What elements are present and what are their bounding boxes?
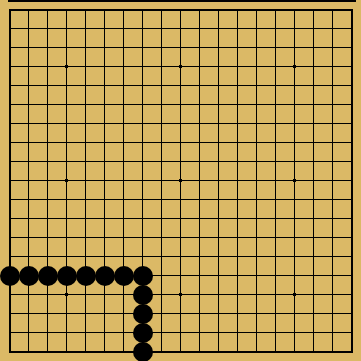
intersection[interactable] <box>0 57 19 76</box>
intersection[interactable] <box>285 190 304 209</box>
intersection[interactable] <box>228 133 247 152</box>
intersection[interactable] <box>0 266 19 285</box>
intersection[interactable] <box>114 285 133 304</box>
intersection[interactable] <box>152 247 171 266</box>
intersection[interactable] <box>57 171 76 190</box>
intersection[interactable] <box>190 342 209 361</box>
intersection[interactable] <box>247 152 266 171</box>
intersection[interactable] <box>171 114 190 133</box>
intersection[interactable] <box>228 171 247 190</box>
intersection[interactable] <box>38 38 57 57</box>
intersection[interactable] <box>0 304 19 323</box>
intersection[interactable] <box>114 228 133 247</box>
intersection[interactable] <box>57 247 76 266</box>
intersection[interactable] <box>57 323 76 342</box>
intersection[interactable] <box>342 0 361 19</box>
intersection[interactable] <box>228 95 247 114</box>
intersection[interactable] <box>0 76 19 95</box>
intersection[interactable] <box>133 171 152 190</box>
intersection[interactable] <box>323 285 342 304</box>
intersection[interactable] <box>152 38 171 57</box>
intersection[interactable] <box>38 285 57 304</box>
intersection[interactable] <box>152 0 171 19</box>
intersection[interactable] <box>76 247 95 266</box>
intersection[interactable] <box>171 38 190 57</box>
intersection[interactable] <box>76 304 95 323</box>
intersection[interactable] <box>323 342 342 361</box>
intersection[interactable] <box>285 171 304 190</box>
intersection[interactable] <box>133 57 152 76</box>
intersection[interactable] <box>95 0 114 19</box>
intersection[interactable] <box>95 152 114 171</box>
intersection[interactable] <box>76 114 95 133</box>
intersection[interactable] <box>0 38 19 57</box>
intersection[interactable] <box>0 323 19 342</box>
intersection[interactable] <box>0 95 19 114</box>
intersection[interactable] <box>209 304 228 323</box>
intersection[interactable] <box>304 57 323 76</box>
intersection[interactable] <box>114 19 133 38</box>
intersection[interactable] <box>304 228 323 247</box>
intersection[interactable] <box>247 133 266 152</box>
intersection[interactable] <box>247 266 266 285</box>
intersection[interactable] <box>76 19 95 38</box>
intersection[interactable] <box>114 114 133 133</box>
intersection[interactable] <box>152 152 171 171</box>
intersection[interactable] <box>133 285 152 304</box>
intersection[interactable] <box>304 190 323 209</box>
intersection[interactable] <box>57 342 76 361</box>
intersection[interactable] <box>114 95 133 114</box>
intersection[interactable] <box>247 247 266 266</box>
intersection[interactable] <box>323 95 342 114</box>
intersection[interactable] <box>76 57 95 76</box>
intersection[interactable] <box>266 190 285 209</box>
intersection[interactable] <box>209 38 228 57</box>
intersection[interactable] <box>152 285 171 304</box>
intersection[interactable] <box>0 190 19 209</box>
intersection[interactable] <box>190 19 209 38</box>
intersection[interactable] <box>152 209 171 228</box>
intersection[interactable] <box>57 152 76 171</box>
intersection[interactable] <box>247 171 266 190</box>
intersection[interactable] <box>95 19 114 38</box>
intersection[interactable] <box>0 228 19 247</box>
intersection[interactable] <box>57 57 76 76</box>
intersection[interactable] <box>57 266 76 285</box>
intersection[interactable] <box>285 247 304 266</box>
intersection[interactable] <box>57 285 76 304</box>
intersection[interactable] <box>95 95 114 114</box>
intersection[interactable] <box>228 38 247 57</box>
intersection[interactable] <box>228 228 247 247</box>
intersection[interactable] <box>95 57 114 76</box>
intersection[interactable] <box>285 323 304 342</box>
intersection[interactable] <box>38 19 57 38</box>
intersection[interactable] <box>95 171 114 190</box>
intersection[interactable] <box>323 0 342 19</box>
intersection[interactable] <box>342 228 361 247</box>
intersection[interactable] <box>323 38 342 57</box>
intersection[interactable] <box>152 304 171 323</box>
intersection[interactable] <box>209 76 228 95</box>
intersection[interactable] <box>57 304 76 323</box>
intersection[interactable] <box>247 76 266 95</box>
intersection[interactable] <box>228 152 247 171</box>
intersection[interactable] <box>114 342 133 361</box>
intersection[interactable] <box>19 152 38 171</box>
intersection[interactable] <box>114 57 133 76</box>
intersection[interactable] <box>304 304 323 323</box>
intersection[interactable] <box>95 209 114 228</box>
intersection[interactable] <box>266 38 285 57</box>
intersection[interactable] <box>95 133 114 152</box>
intersection[interactable] <box>133 209 152 228</box>
intersection[interactable] <box>152 323 171 342</box>
intersection[interactable] <box>152 19 171 38</box>
intersection[interactable] <box>95 323 114 342</box>
intersection[interactable] <box>76 171 95 190</box>
intersection[interactable] <box>209 323 228 342</box>
intersection[interactable] <box>76 190 95 209</box>
intersection[interactable] <box>342 57 361 76</box>
intersection[interactable] <box>95 342 114 361</box>
intersection[interactable] <box>228 285 247 304</box>
intersection[interactable] <box>323 114 342 133</box>
intersection[interactable] <box>19 266 38 285</box>
intersection[interactable] <box>133 190 152 209</box>
intersection[interactable] <box>247 342 266 361</box>
intersection[interactable] <box>152 95 171 114</box>
intersection[interactable] <box>57 76 76 95</box>
intersection[interactable] <box>57 19 76 38</box>
intersection[interactable] <box>342 342 361 361</box>
intersection[interactable] <box>76 152 95 171</box>
intersection[interactable] <box>133 133 152 152</box>
intersection[interactable] <box>342 152 361 171</box>
intersection[interactable] <box>19 304 38 323</box>
intersection[interactable] <box>171 95 190 114</box>
intersection[interactable] <box>133 152 152 171</box>
intersection[interactable] <box>342 209 361 228</box>
intersection[interactable] <box>190 171 209 190</box>
intersection[interactable] <box>323 57 342 76</box>
intersection[interactable] <box>209 19 228 38</box>
intersection[interactable] <box>57 95 76 114</box>
intersection[interactable] <box>190 266 209 285</box>
intersection[interactable] <box>114 0 133 19</box>
intersection[interactable] <box>266 228 285 247</box>
intersection[interactable] <box>152 76 171 95</box>
intersection[interactable] <box>247 209 266 228</box>
intersection[interactable] <box>266 57 285 76</box>
intersection[interactable] <box>304 209 323 228</box>
intersection[interactable] <box>190 0 209 19</box>
intersection[interactable] <box>0 19 19 38</box>
intersection[interactable] <box>38 266 57 285</box>
intersection[interactable] <box>114 133 133 152</box>
intersection[interactable] <box>171 228 190 247</box>
intersection[interactable] <box>247 228 266 247</box>
intersection[interactable] <box>38 190 57 209</box>
intersection[interactable] <box>266 19 285 38</box>
intersection[interactable] <box>0 247 19 266</box>
intersection[interactable] <box>76 95 95 114</box>
intersection[interactable] <box>304 95 323 114</box>
intersection[interactable] <box>190 95 209 114</box>
intersection[interactable] <box>190 114 209 133</box>
intersection[interactable] <box>323 304 342 323</box>
intersection[interactable] <box>266 171 285 190</box>
intersection[interactable] <box>304 76 323 95</box>
intersection[interactable] <box>171 285 190 304</box>
intersection[interactable] <box>0 171 19 190</box>
intersection[interactable] <box>38 0 57 19</box>
intersection[interactable] <box>95 304 114 323</box>
intersection[interactable] <box>114 171 133 190</box>
intersection[interactable] <box>38 133 57 152</box>
intersection[interactable] <box>247 38 266 57</box>
intersection[interactable] <box>0 285 19 304</box>
intersection[interactable] <box>323 76 342 95</box>
intersection[interactable] <box>38 57 57 76</box>
intersection[interactable] <box>304 342 323 361</box>
intersection[interactable] <box>266 76 285 95</box>
intersection[interactable] <box>19 171 38 190</box>
intersection[interactable] <box>19 57 38 76</box>
intersection[interactable] <box>57 38 76 57</box>
intersection[interactable] <box>95 247 114 266</box>
intersection[interactable] <box>152 171 171 190</box>
intersection[interactable] <box>171 266 190 285</box>
intersection[interactable] <box>76 76 95 95</box>
intersection[interactable] <box>38 228 57 247</box>
intersection[interactable] <box>266 209 285 228</box>
intersection[interactable] <box>171 133 190 152</box>
intersection[interactable] <box>190 76 209 95</box>
intersection[interactable] <box>342 266 361 285</box>
intersection[interactable] <box>342 247 361 266</box>
intersection[interactable] <box>323 152 342 171</box>
intersection[interactable] <box>323 209 342 228</box>
intersection[interactable] <box>190 190 209 209</box>
intersection[interactable] <box>152 228 171 247</box>
intersection[interactable] <box>228 190 247 209</box>
intersection[interactable] <box>171 57 190 76</box>
intersection[interactable] <box>19 38 38 57</box>
intersection[interactable] <box>171 152 190 171</box>
intersection[interactable] <box>95 190 114 209</box>
intersection[interactable] <box>19 323 38 342</box>
intersection[interactable] <box>57 209 76 228</box>
intersection[interactable] <box>266 323 285 342</box>
intersection[interactable] <box>95 228 114 247</box>
intersection[interactable] <box>171 323 190 342</box>
intersection[interactable] <box>190 285 209 304</box>
intersection[interactable] <box>38 152 57 171</box>
intersection[interactable] <box>38 342 57 361</box>
intersection[interactable] <box>133 76 152 95</box>
intersection[interactable] <box>247 114 266 133</box>
intersection[interactable] <box>152 266 171 285</box>
intersection[interactable] <box>95 266 114 285</box>
intersection[interactable] <box>171 190 190 209</box>
intersection[interactable] <box>342 304 361 323</box>
intersection[interactable] <box>76 266 95 285</box>
intersection[interactable] <box>114 247 133 266</box>
intersection[interactable] <box>38 95 57 114</box>
intersection[interactable] <box>171 0 190 19</box>
intersection[interactable] <box>0 152 19 171</box>
intersection[interactable] <box>228 114 247 133</box>
intersection[interactable] <box>171 304 190 323</box>
intersection[interactable] <box>323 171 342 190</box>
intersection[interactable] <box>342 171 361 190</box>
intersection[interactable] <box>19 19 38 38</box>
intersection[interactable] <box>133 0 152 19</box>
intersection[interactable] <box>76 0 95 19</box>
intersection[interactable] <box>19 133 38 152</box>
intersection[interactable] <box>114 266 133 285</box>
intersection[interactable] <box>57 190 76 209</box>
intersection[interactable] <box>0 209 19 228</box>
intersection[interactable] <box>209 228 228 247</box>
intersection[interactable] <box>114 304 133 323</box>
intersection[interactable] <box>114 152 133 171</box>
intersection[interactable] <box>133 38 152 57</box>
intersection[interactable] <box>285 38 304 57</box>
intersection[interactable] <box>285 266 304 285</box>
intersection[interactable] <box>209 342 228 361</box>
intersection[interactable] <box>152 133 171 152</box>
intersection[interactable] <box>304 171 323 190</box>
intersection[interactable] <box>304 0 323 19</box>
intersection[interactable] <box>209 57 228 76</box>
intersection[interactable] <box>285 19 304 38</box>
intersection[interactable] <box>266 152 285 171</box>
intersection[interactable] <box>152 114 171 133</box>
intersection[interactable] <box>342 38 361 57</box>
intersection[interactable] <box>228 266 247 285</box>
intersection[interactable] <box>171 342 190 361</box>
intersection[interactable] <box>247 190 266 209</box>
intersection[interactable] <box>209 0 228 19</box>
intersection[interactable] <box>266 304 285 323</box>
intersection[interactable] <box>0 133 19 152</box>
intersection[interactable] <box>19 342 38 361</box>
intersection[interactable] <box>133 266 152 285</box>
intersection[interactable] <box>38 114 57 133</box>
intersection[interactable] <box>323 247 342 266</box>
intersection[interactable] <box>266 0 285 19</box>
intersection[interactable] <box>266 114 285 133</box>
intersection[interactable] <box>152 342 171 361</box>
intersection[interactable] <box>304 247 323 266</box>
intersection[interactable] <box>38 209 57 228</box>
intersection[interactable] <box>190 209 209 228</box>
intersection[interactable] <box>76 323 95 342</box>
intersection[interactable] <box>247 57 266 76</box>
intersection[interactable] <box>323 190 342 209</box>
intersection[interactable] <box>19 95 38 114</box>
intersection[interactable] <box>38 171 57 190</box>
intersection[interactable] <box>228 0 247 19</box>
intersection[interactable] <box>323 133 342 152</box>
intersection[interactable] <box>76 285 95 304</box>
intersection[interactable] <box>209 190 228 209</box>
intersection[interactable] <box>247 323 266 342</box>
intersection[interactable] <box>209 133 228 152</box>
intersection[interactable] <box>342 19 361 38</box>
intersection[interactable] <box>19 0 38 19</box>
intersection[interactable] <box>171 76 190 95</box>
intersection[interactable] <box>247 285 266 304</box>
intersection[interactable] <box>0 0 19 19</box>
intersection[interactable] <box>19 76 38 95</box>
intersection[interactable] <box>228 209 247 228</box>
intersection[interactable] <box>209 247 228 266</box>
intersection[interactable] <box>285 285 304 304</box>
intersection[interactable] <box>342 133 361 152</box>
intersection[interactable] <box>76 342 95 361</box>
intersection[interactable] <box>247 19 266 38</box>
intersection[interactable] <box>209 266 228 285</box>
intersection[interactable] <box>114 38 133 57</box>
intersection[interactable] <box>133 95 152 114</box>
intersection[interactable] <box>0 342 19 361</box>
intersection[interactable] <box>266 266 285 285</box>
intersection[interactable] <box>114 190 133 209</box>
intersection[interactable] <box>266 95 285 114</box>
intersection[interactable] <box>190 323 209 342</box>
intersection[interactable] <box>228 323 247 342</box>
intersection[interactable] <box>209 95 228 114</box>
intersection[interactable] <box>133 323 152 342</box>
intersection[interactable] <box>57 0 76 19</box>
intersection[interactable] <box>304 19 323 38</box>
intersection[interactable] <box>209 152 228 171</box>
intersection[interactable] <box>19 247 38 266</box>
intersection[interactable] <box>133 342 152 361</box>
intersection[interactable] <box>209 171 228 190</box>
intersection[interactable] <box>114 209 133 228</box>
intersection[interactable] <box>38 76 57 95</box>
intersection[interactable] <box>171 209 190 228</box>
intersection[interactable] <box>342 95 361 114</box>
intersection[interactable] <box>209 285 228 304</box>
intersection[interactable] <box>190 133 209 152</box>
intersection[interactable] <box>133 247 152 266</box>
intersection[interactable] <box>228 76 247 95</box>
intersection[interactable] <box>19 190 38 209</box>
intersection[interactable] <box>95 114 114 133</box>
intersection[interactable] <box>133 228 152 247</box>
intersection[interactable] <box>342 76 361 95</box>
intersection[interactable] <box>95 285 114 304</box>
intersection[interactable] <box>266 247 285 266</box>
intersection[interactable] <box>304 266 323 285</box>
intersection[interactable] <box>38 247 57 266</box>
intersection[interactable] <box>285 228 304 247</box>
intersection[interactable] <box>228 19 247 38</box>
intersection[interactable] <box>285 0 304 19</box>
intersection[interactable] <box>342 114 361 133</box>
intersection[interactable] <box>285 304 304 323</box>
intersection[interactable] <box>285 57 304 76</box>
intersection[interactable] <box>285 133 304 152</box>
intersection[interactable] <box>285 209 304 228</box>
intersection[interactable] <box>57 114 76 133</box>
